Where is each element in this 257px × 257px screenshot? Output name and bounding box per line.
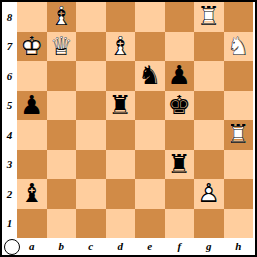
piece-white-bishop-d7[interactable]: ♝♗ bbox=[106, 32, 136, 62]
piece-white-rook-h4[interactable]: ♜♖ bbox=[224, 120, 254, 150]
file-label-a: a bbox=[17, 238, 47, 254]
file-label-g: g bbox=[194, 238, 224, 254]
turn-indicator-white-to-move bbox=[4, 239, 20, 255]
piece-black-king-f5[interactable]: ♚ bbox=[165, 91, 195, 121]
square-g1[interactable] bbox=[194, 209, 224, 239]
square-c7[interactable] bbox=[76, 32, 106, 62]
black-piece-fill: ♞ bbox=[135, 61, 165, 91]
rank-label-2: 2 bbox=[2, 179, 17, 209]
square-c8[interactable] bbox=[76, 2, 106, 32]
square-h3[interactable] bbox=[224, 150, 254, 180]
black-piece-fill: ♚ bbox=[165, 91, 195, 121]
piece-black-rook-f3[interactable]: ♜ bbox=[165, 150, 195, 180]
white-piece-outline: ♗ bbox=[106, 32, 136, 62]
square-g3[interactable] bbox=[194, 150, 224, 180]
rank-labels: 87654321 bbox=[2, 2, 17, 238]
square-g8[interactable]: ♜♖ bbox=[194, 2, 224, 32]
square-a1[interactable] bbox=[17, 209, 47, 239]
square-d1[interactable] bbox=[106, 209, 136, 239]
piece-black-pawn-f6[interactable]: ♟ bbox=[165, 61, 195, 91]
file-label-d: d bbox=[106, 238, 136, 254]
square-g4[interactable] bbox=[194, 120, 224, 150]
square-d4[interactable] bbox=[106, 120, 136, 150]
square-h2[interactable] bbox=[224, 179, 254, 209]
square-d2[interactable] bbox=[106, 179, 136, 209]
square-h4[interactable]: ♜♖ bbox=[224, 120, 254, 150]
square-d3[interactable] bbox=[106, 150, 136, 180]
black-piece-fill: ♟ bbox=[17, 91, 47, 121]
square-b2[interactable] bbox=[47, 179, 77, 209]
piece-white-queen-b7[interactable]: ♛♕ bbox=[47, 32, 77, 62]
square-g5[interactable] bbox=[194, 91, 224, 121]
rank-label-3: 3 bbox=[2, 150, 17, 180]
square-f8[interactable] bbox=[165, 2, 195, 32]
piece-white-king-a7[interactable]: ♚♔ bbox=[17, 32, 47, 62]
square-b5[interactable] bbox=[47, 91, 77, 121]
square-f3[interactable]: ♜ bbox=[165, 150, 195, 180]
square-a7[interactable]: ♚♔ bbox=[17, 32, 47, 62]
square-c3[interactable] bbox=[76, 150, 106, 180]
square-a6[interactable] bbox=[17, 61, 47, 91]
square-a3[interactable] bbox=[17, 150, 47, 180]
square-e2[interactable] bbox=[135, 179, 165, 209]
square-h6[interactable] bbox=[224, 61, 254, 91]
square-h5[interactable] bbox=[224, 91, 254, 121]
square-f4[interactable] bbox=[165, 120, 195, 150]
file-label-c: c bbox=[76, 238, 106, 254]
rank-label-7: 7 bbox=[2, 32, 17, 62]
piece-black-bishop-a2[interactable]: ♝ bbox=[17, 179, 47, 209]
piece-black-pawn-a5[interactable]: ♟ bbox=[17, 91, 47, 121]
piece-white-bishop-b8[interactable]: ♝♗ bbox=[47, 2, 77, 32]
square-h7[interactable]: ♞♘ bbox=[224, 32, 254, 62]
square-c2[interactable] bbox=[76, 179, 106, 209]
square-e8[interactable] bbox=[135, 2, 165, 32]
square-f6[interactable]: ♟ bbox=[165, 61, 195, 91]
white-piece-outline: ♘ bbox=[224, 32, 254, 62]
file-label-e: e bbox=[135, 238, 165, 254]
black-piece-fill: ♝ bbox=[17, 179, 47, 209]
square-e5[interactable] bbox=[135, 91, 165, 121]
square-f1[interactable] bbox=[165, 209, 195, 239]
piece-black-knight-e6[interactable]: ♞ bbox=[135, 61, 165, 91]
rank-label-4: 4 bbox=[2, 120, 17, 150]
white-piece-outline: ♕ bbox=[47, 32, 77, 62]
square-c6[interactable] bbox=[76, 61, 106, 91]
square-f2[interactable] bbox=[165, 179, 195, 209]
white-piece-outline: ♔ bbox=[17, 32, 47, 62]
square-e7[interactable] bbox=[135, 32, 165, 62]
square-a4[interactable] bbox=[17, 120, 47, 150]
file-labels: abcdefgh bbox=[17, 238, 253, 254]
square-c5[interactable] bbox=[76, 91, 106, 121]
square-f7[interactable] bbox=[165, 32, 195, 62]
chess-board: ♝♗♜♖♚♔♛♕♝♗♞♘♞♟♟♜♚♜♖♜♝♟♙ bbox=[17, 2, 253, 238]
black-piece-fill: ♟ bbox=[165, 61, 195, 91]
rank-label-1: 1 bbox=[2, 209, 17, 239]
square-d5[interactable]: ♜ bbox=[106, 91, 136, 121]
square-f5[interactable]: ♚ bbox=[165, 91, 195, 121]
square-d7[interactable]: ♝♗ bbox=[106, 32, 136, 62]
square-d8[interactable] bbox=[106, 2, 136, 32]
square-g2[interactable]: ♟♙ bbox=[194, 179, 224, 209]
white-piece-outline: ♖ bbox=[224, 120, 254, 150]
square-a8[interactable] bbox=[17, 2, 47, 32]
chess-diagram: 87654321 ♝♗♜♖♚♔♛♕♝♗♞♘♞♟♟♜♚♜♖♜♝♟♙ abcdefg… bbox=[0, 0, 257, 257]
square-e6[interactable]: ♞ bbox=[135, 61, 165, 91]
square-c4[interactable] bbox=[76, 120, 106, 150]
square-b7[interactable]: ♛♕ bbox=[47, 32, 77, 62]
square-h1[interactable] bbox=[224, 209, 254, 239]
white-piece-outline: ♖ bbox=[194, 2, 224, 32]
square-g6[interactable] bbox=[194, 61, 224, 91]
piece-black-rook-d5[interactable]: ♜ bbox=[106, 91, 136, 121]
square-a5[interactable]: ♟ bbox=[17, 91, 47, 121]
square-a2[interactable]: ♝ bbox=[17, 179, 47, 209]
black-piece-fill: ♜ bbox=[165, 150, 195, 180]
square-e1[interactable] bbox=[135, 209, 165, 239]
rank-label-8: 8 bbox=[2, 2, 17, 32]
piece-white-pawn-g2[interactable]: ♟♙ bbox=[194, 179, 224, 209]
square-b1[interactable] bbox=[47, 209, 77, 239]
file-label-f: f bbox=[165, 238, 195, 254]
square-e4[interactable] bbox=[135, 120, 165, 150]
square-b3[interactable] bbox=[47, 150, 77, 180]
square-b6[interactable] bbox=[47, 61, 77, 91]
file-label-b: b bbox=[47, 238, 77, 254]
square-e3[interactable] bbox=[135, 150, 165, 180]
white-piece-outline: ♙ bbox=[194, 179, 224, 209]
piece-white-rook-g8[interactable]: ♜♖ bbox=[194, 2, 224, 32]
black-piece-fill: ♜ bbox=[106, 91, 136, 121]
square-d6[interactable] bbox=[106, 61, 136, 91]
rank-label-5: 5 bbox=[2, 91, 17, 121]
file-label-h: h bbox=[224, 238, 254, 254]
square-b8[interactable]: ♝♗ bbox=[47, 2, 77, 32]
white-piece-outline: ♗ bbox=[47, 2, 77, 32]
square-b4[interactable] bbox=[47, 120, 77, 150]
rank-label-6: 6 bbox=[2, 61, 17, 91]
square-g7[interactable] bbox=[194, 32, 224, 62]
square-h8[interactable] bbox=[224, 2, 254, 32]
square-c1[interactable] bbox=[76, 209, 106, 239]
piece-white-knight-h7[interactable]: ♞♘ bbox=[224, 32, 254, 62]
